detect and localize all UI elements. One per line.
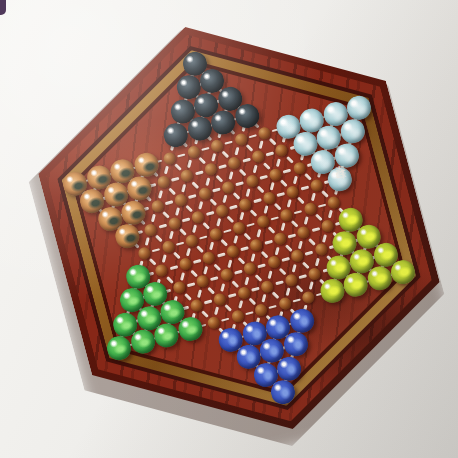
- connector-mark: [204, 266, 209, 274]
- connector-mark: [316, 258, 321, 266]
- connector-mark: [262, 294, 267, 302]
- connector-mark: [227, 259, 232, 267]
- connector-mark: [173, 252, 180, 259]
- connector-mark: [253, 199, 261, 204]
- connector-mark: [264, 240, 272, 245]
- connector-mark: [238, 300, 243, 308]
- connector-mark: [208, 287, 215, 294]
- marble-ice-blue[interactable]: [344, 93, 373, 122]
- connector-mark: [294, 210, 302, 215]
- connector-mark: [315, 214, 322, 221]
- connector-mark: [321, 190, 328, 197]
- connector-mark: [242, 158, 250, 163]
- connector-mark: [225, 304, 232, 311]
- connector-mark: [180, 272, 185, 280]
- connector-mark: [287, 199, 292, 207]
- connector-mark: [175, 207, 180, 215]
- connector-mark: [165, 201, 173, 206]
- star-field: [11, 0, 458, 458]
- connector-mark: [304, 173, 311, 180]
- connector-mark: [285, 244, 292, 251]
- connector-mark: [287, 156, 294, 163]
- connector-mark: [188, 160, 193, 168]
- connector-mark: [234, 236, 239, 244]
- connector-mark: [218, 164, 226, 169]
- connector-mark: [245, 311, 253, 316]
- connector-mark: [311, 193, 316, 201]
- connector-mark: [272, 291, 279, 298]
- connector-mark: [291, 220, 298, 227]
- connector-mark: [168, 187, 175, 194]
- connector-mark: [201, 147, 209, 152]
- connector-mark: [193, 225, 198, 233]
- connector-mark: [296, 285, 303, 292]
- connector-mark: [251, 253, 256, 261]
- connector-mark: [227, 216, 234, 223]
- marble-green[interactable]: [104, 333, 133, 362]
- connector-mark: [225, 141, 233, 146]
- connector-mark: [197, 246, 204, 253]
- connector-mark: [197, 289, 202, 297]
- board-hole[interactable]: [273, 232, 288, 247]
- connector-mark: [288, 234, 296, 239]
- connector-mark: [228, 294, 236, 299]
- connector-mark: [249, 298, 256, 305]
- connector-mark: [190, 269, 197, 276]
- connector-mark: [281, 257, 289, 262]
- connector-mark: [274, 203, 281, 210]
- connector-mark: [169, 231, 174, 239]
- connector-mark: [221, 317, 229, 322]
- connector-mark: [275, 247, 280, 255]
- connector-mark: [145, 237, 150, 245]
- board-hole[interactable]: [172, 281, 187, 296]
- connector-mark: [152, 248, 160, 253]
- connector-mark: [309, 238, 316, 245]
- connector-mark: [270, 182, 275, 190]
- connector-mark: [177, 153, 185, 158]
- connector-mark: [163, 255, 168, 263]
- connector-mark: [234, 270, 242, 275]
- connector-mark: [158, 190, 163, 198]
- connector-mark: [187, 283, 195, 288]
- connector-mark: [283, 169, 291, 174]
- connector-mark: [248, 134, 256, 139]
- connector-mark: [266, 152, 274, 157]
- connector-mark: [229, 171, 234, 179]
- connector-mark: [199, 235, 207, 240]
- connector-mark: [231, 280, 238, 287]
- connector-mark: [275, 281, 283, 286]
- connector-mark: [257, 229, 262, 237]
- connector-mark: [179, 228, 186, 235]
- connector-mark: [186, 248, 191, 256]
- connector-mark: [205, 177, 210, 185]
- connector-mark: [246, 188, 251, 196]
- connector-mark: [240, 212, 245, 220]
- connector-mark: [318, 204, 326, 209]
- connector-mark: [251, 287, 259, 292]
- connector-mark: [149, 258, 156, 265]
- connector-mark: [220, 239, 227, 246]
- connector-mark: [158, 224, 166, 229]
- connector-mark: [258, 264, 266, 269]
- connector-mark: [279, 268, 286, 275]
- connector-mark: [204, 300, 212, 305]
- connector-mark: [286, 288, 291, 296]
- board-hole[interactable]: [225, 244, 240, 259]
- photo-scene: 寿峰: [0, 0, 458, 458]
- connector-mark: [298, 197, 305, 204]
- connector-mark: [182, 184, 187, 192]
- connector-mark: [264, 206, 269, 214]
- connector-mark: [167, 276, 174, 283]
- connector-mark: [240, 246, 248, 251]
- connector-mark: [268, 270, 273, 278]
- connector-mark: [214, 263, 221, 270]
- connector-mark: [236, 182, 244, 187]
- connector-mark: [302, 261, 309, 268]
- connector-mark: [281, 223, 286, 231]
- connector-mark: [298, 240, 303, 248]
- connector-mark: [223, 195, 228, 203]
- connector-mark: [164, 166, 169, 174]
- connector-mark: [217, 253, 225, 258]
- connector-mark: [206, 212, 214, 217]
- connector-mark: [269, 138, 276, 145]
- connector-mark: [305, 217, 310, 225]
- connector-mark: [212, 154, 217, 162]
- connector-mark: [259, 141, 264, 149]
- connector-mark: [235, 147, 240, 155]
- connector-mark: [263, 162, 270, 169]
- connector-mark: [152, 214, 157, 222]
- connector-mark: [259, 175, 267, 180]
- connector-mark: [247, 223, 255, 228]
- connector-mark: [261, 250, 268, 257]
- board-hole[interactable]: [244, 173, 259, 188]
- connector-mark: [269, 305, 277, 310]
- connector-mark: [193, 259, 201, 264]
- connector-mark: [253, 165, 258, 173]
- connector-mark: [309, 281, 314, 289]
- connector-mark: [246, 145, 253, 152]
- connector-mark: [162, 211, 169, 218]
- photo-artifact: [0, 0, 6, 15]
- connector-mark: [239, 168, 246, 175]
- connector-mark: [328, 210, 333, 218]
- connector-mark: [300, 186, 308, 191]
- connector-mark: [216, 218, 221, 226]
- connector-mark: [322, 234, 327, 242]
- connector-mark: [244, 233, 251, 240]
- connector-mark: [175, 164, 182, 171]
- connector-mark: [212, 188, 220, 193]
- connector-mark: [176, 242, 184, 247]
- connector-mark: [268, 227, 275, 234]
- connector-mark: [223, 229, 231, 234]
- connector-mark: [270, 216, 278, 221]
- connector-mark: [216, 175, 223, 182]
- connector-mark: [311, 227, 319, 232]
- connector-mark: [195, 171, 203, 176]
- connector-mark: [209, 198, 216, 205]
- connector-mark: [292, 264, 297, 272]
- connector-mark: [250, 209, 257, 216]
- connector-mark: [299, 275, 307, 280]
- connector-mark: [277, 193, 285, 198]
- connector-mark: [276, 158, 281, 166]
- connector-mark: [201, 310, 208, 317]
- connector-mark: [182, 218, 190, 223]
- connector-mark: [245, 277, 250, 285]
- connector-mark: [292, 298, 300, 303]
- connector-mark: [198, 157, 205, 164]
- connector-mark: [171, 177, 179, 182]
- board-hole[interactable]: [251, 150, 266, 165]
- connector-mark: [184, 293, 191, 300]
- connector-mark: [169, 265, 177, 270]
- connector-mark: [229, 205, 237, 210]
- connector-mark: [294, 176, 299, 184]
- connector-mark: [257, 186, 264, 193]
- connector-mark: [221, 283, 226, 291]
- connector-mark: [186, 205, 193, 212]
- connector-mark: [280, 179, 287, 186]
- connector-mark: [210, 276, 218, 281]
- board-hole[interactable]: [320, 219, 335, 234]
- chinese-checkers-board: 寿峰: [11, 0, 458, 458]
- connector-mark: [188, 194, 196, 199]
- connector-mark: [255, 274, 262, 281]
- connector-mark: [305, 251, 313, 256]
- connector-mark: [199, 201, 204, 209]
- board-hole[interactable]: [301, 290, 316, 305]
- connector-mark: [203, 222, 210, 229]
- connector-mark: [156, 235, 163, 242]
- connector-mark: [238, 257, 245, 264]
- connector-mark: [233, 192, 240, 199]
- connector-mark: [210, 242, 215, 250]
- connector-mark: [215, 307, 220, 315]
- connector-mark: [192, 181, 199, 188]
- connector-mark: [222, 151, 229, 158]
- board-hole[interactable]: [178, 257, 193, 272]
